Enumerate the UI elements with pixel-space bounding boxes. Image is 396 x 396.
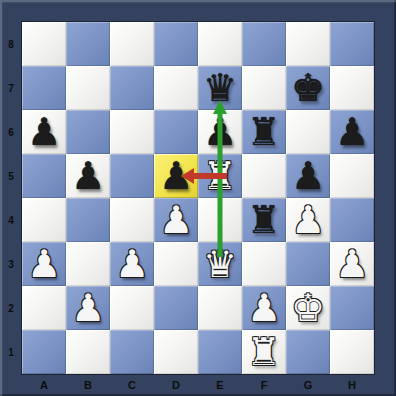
square-a1[interactable] <box>22 330 66 374</box>
square-d4[interactable]: ♟ <box>154 198 198 242</box>
piece-black-pawn-d5[interactable]: ♟ <box>154 154 198 198</box>
square-f4[interactable]: ♜ <box>242 198 286 242</box>
square-e8[interactable] <box>198 22 242 66</box>
square-e5[interactable]: ♜ <box>198 154 242 198</box>
square-f3[interactable] <box>242 242 286 286</box>
square-g8[interactable] <box>286 22 330 66</box>
file-label-f: F <box>242 374 286 396</box>
square-e7[interactable]: ♛ <box>198 66 242 110</box>
piece-white-pawn-h3[interactable]: ♟ <box>330 242 374 286</box>
square-f2[interactable]: ♟ <box>242 286 286 330</box>
rank-label-2: 2 <box>0 286 22 330</box>
square-e2[interactable] <box>198 286 242 330</box>
chess-board[interactable]: ♛♚♟♟♜♟♟♟♜♟♟♜♟♟♟♛♟♟♟♚♜ <box>22 22 374 374</box>
piece-white-queen-e3[interactable]: ♛ <box>198 242 242 286</box>
square-g2[interactable]: ♚ <box>286 286 330 330</box>
square-b3[interactable] <box>66 242 110 286</box>
square-g3[interactable] <box>286 242 330 286</box>
square-h1[interactable] <box>330 330 374 374</box>
square-g1[interactable] <box>286 330 330 374</box>
square-f7[interactable] <box>242 66 286 110</box>
square-b1[interactable] <box>66 330 110 374</box>
square-g5[interactable]: ♟ <box>286 154 330 198</box>
piece-white-pawn-a3[interactable]: ♟ <box>22 242 66 286</box>
rank-label-4: 4 <box>0 198 22 242</box>
square-h5[interactable] <box>330 154 374 198</box>
file-label-d: D <box>154 374 198 396</box>
square-b6[interactable] <box>66 110 110 154</box>
piece-white-pawn-f2[interactable]: ♟ <box>242 286 286 330</box>
square-a5[interactable] <box>22 154 66 198</box>
piece-white-pawn-c3[interactable]: ♟ <box>110 242 154 286</box>
square-h6[interactable]: ♟ <box>330 110 374 154</box>
piece-black-pawn-a6[interactable]: ♟ <box>22 110 66 154</box>
piece-white-pawn-g4[interactable]: ♟ <box>286 198 330 242</box>
file-label-b: B <box>66 374 110 396</box>
square-d1[interactable] <box>154 330 198 374</box>
piece-black-rook-f6[interactable]: ♜ <box>242 110 286 154</box>
square-d5[interactable]: ♟ <box>154 154 198 198</box>
square-d7[interactable] <box>154 66 198 110</box>
piece-black-pawn-b5[interactable]: ♟ <box>66 154 110 198</box>
piece-black-pawn-h6[interactable]: ♟ <box>330 110 374 154</box>
square-c2[interactable] <box>110 286 154 330</box>
square-c8[interactable] <box>110 22 154 66</box>
square-f8[interactable] <box>242 22 286 66</box>
square-g6[interactable] <box>286 110 330 154</box>
rank-label-5: 5 <box>0 154 22 198</box>
square-e3[interactable]: ♛ <box>198 242 242 286</box>
square-f6[interactable]: ♜ <box>242 110 286 154</box>
square-a2[interactable] <box>22 286 66 330</box>
square-a7[interactable] <box>22 66 66 110</box>
piece-white-rook-f1[interactable]: ♜ <box>242 330 286 374</box>
file-label-a: A <box>22 374 66 396</box>
square-h7[interactable] <box>330 66 374 110</box>
square-g4[interactable]: ♟ <box>286 198 330 242</box>
rank-label-7: 7 <box>0 66 22 110</box>
square-b8[interactable] <box>66 22 110 66</box>
square-d2[interactable] <box>154 286 198 330</box>
piece-white-pawn-d4[interactable]: ♟ <box>154 198 198 242</box>
file-label-c: C <box>110 374 154 396</box>
rank-label-8: 8 <box>0 22 22 66</box>
piece-white-rook-e5[interactable]: ♜ <box>198 154 242 198</box>
square-h4[interactable] <box>330 198 374 242</box>
piece-black-pawn-g5[interactable]: ♟ <box>286 154 330 198</box>
square-a8[interactable] <box>22 22 66 66</box>
file-label-g: G <box>286 374 330 396</box>
rank-label-6: 6 <box>0 110 22 154</box>
square-c3[interactable]: ♟ <box>110 242 154 286</box>
square-d6[interactable] <box>154 110 198 154</box>
square-e1[interactable] <box>198 330 242 374</box>
piece-black-queen-e7[interactable]: ♛ <box>198 66 242 110</box>
square-b7[interactable] <box>66 66 110 110</box>
square-c6[interactable] <box>110 110 154 154</box>
square-b4[interactable] <box>66 198 110 242</box>
square-c1[interactable] <box>110 330 154 374</box>
rank-label-1: 1 <box>0 330 22 374</box>
square-c7[interactable] <box>110 66 154 110</box>
square-a6[interactable]: ♟ <box>22 110 66 154</box>
chess-board-widget: 87654321 ABCDEFGH ♛♚♟♟♜♟♟♟♜♟♟♜♟♟♟♛♟♟♟♚♜ <box>0 0 396 396</box>
rank-label-3: 3 <box>0 242 22 286</box>
piece-white-king-g2[interactable]: ♚ <box>286 286 330 330</box>
square-d8[interactable] <box>154 22 198 66</box>
piece-white-pawn-b2[interactable]: ♟ <box>66 286 110 330</box>
square-e4[interactable] <box>198 198 242 242</box>
square-f5[interactable] <box>242 154 286 198</box>
square-e6[interactable]: ♟ <box>198 110 242 154</box>
piece-black-pawn-e6[interactable]: ♟ <box>198 110 242 154</box>
square-c5[interactable] <box>110 154 154 198</box>
square-h2[interactable] <box>330 286 374 330</box>
square-h8[interactable] <box>330 22 374 66</box>
square-b2[interactable]: ♟ <box>66 286 110 330</box>
square-f1[interactable]: ♜ <box>242 330 286 374</box>
piece-black-king-g7[interactable]: ♚ <box>286 66 330 110</box>
square-a3[interactable]: ♟ <box>22 242 66 286</box>
square-c4[interactable] <box>110 198 154 242</box>
square-b5[interactable]: ♟ <box>66 154 110 198</box>
piece-black-rook-f4[interactable]: ♜ <box>242 198 286 242</box>
square-d3[interactable] <box>154 242 198 286</box>
square-a4[interactable] <box>22 198 66 242</box>
file-label-e: E <box>198 374 242 396</box>
square-g7[interactable]: ♚ <box>286 66 330 110</box>
file-label-h: H <box>330 374 374 396</box>
square-h3[interactable]: ♟ <box>330 242 374 286</box>
